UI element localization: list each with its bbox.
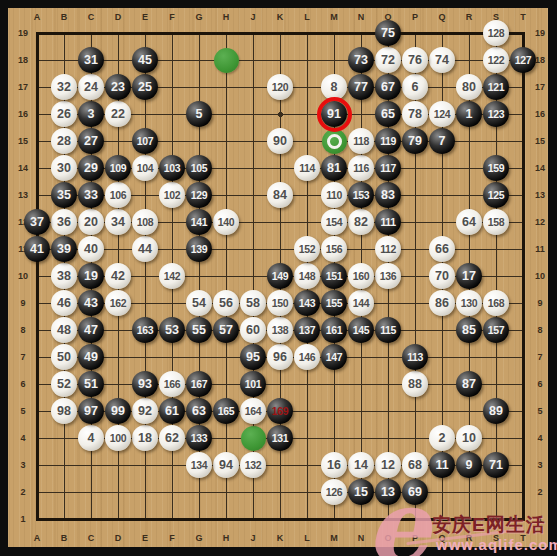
move-number: 118	[353, 136, 369, 147]
stone-L10: 148	[294, 263, 320, 289]
stone-G5: 63	[186, 398, 212, 424]
move-number: 88	[408, 378, 422, 391]
move-number: 139	[191, 244, 207, 255]
move-number: 68	[408, 459, 422, 472]
move-number: 138	[272, 325, 288, 336]
stone-M3: 16	[321, 452, 347, 478]
move-number: 103	[164, 163, 180, 174]
move-number: 18	[138, 432, 152, 445]
move-number: 11	[435, 459, 448, 472]
stone-O14: 117	[375, 155, 401, 181]
stone-D17: 23	[105, 74, 131, 100]
stone-E11: 44	[132, 236, 158, 262]
stone-F14: 103	[159, 155, 185, 181]
stone-G9: 54	[186, 290, 212, 316]
stone-C4: 4	[78, 425, 104, 451]
stone-J7: 95	[240, 344, 266, 370]
move-number: 123	[488, 109, 504, 120]
stone-D13: 106	[105, 182, 131, 208]
move-number: 54	[192, 297, 206, 310]
move-number: 39	[57, 243, 71, 256]
stone-K9: 150	[267, 290, 293, 316]
col-label-D: D	[105, 532, 132, 545]
move-number: 52	[57, 378, 71, 391]
stone-O10: 136	[375, 263, 401, 289]
col-label-L: L	[294, 532, 321, 545]
stone-L9: 143	[294, 290, 320, 316]
stone-K7: 96	[267, 344, 293, 370]
stone-M10: 151	[321, 263, 347, 289]
stone-G13: 129	[186, 182, 212, 208]
stone-C9: 43	[78, 290, 104, 316]
move-number: 153	[353, 190, 369, 201]
stone-R16: 1	[456, 101, 482, 127]
move-number: 66	[435, 243, 449, 256]
move-number: 86	[435, 297, 449, 310]
stone-A12: 37	[24, 209, 50, 235]
move-number: 10	[462, 432, 476, 445]
move-number: 106	[110, 190, 126, 201]
column-labels-bottom: ABCDEFGHJKLMNOPQRST	[24, 532, 537, 545]
move-number: 112	[380, 244, 396, 255]
stone-Q15: 7	[429, 128, 455, 154]
move-number: 164	[245, 406, 261, 417]
move-number: 15	[354, 486, 368, 499]
stone-S9: 168	[483, 290, 509, 316]
move-number: 144	[353, 298, 369, 309]
stone-P2: 69	[402, 479, 428, 505]
move-number: 29	[84, 162, 98, 175]
move-number: 42	[111, 270, 125, 283]
stone-S17: 121	[483, 74, 509, 100]
move-number: 70	[435, 270, 449, 283]
stone-C6: 51	[78, 371, 104, 397]
col-label-K: K	[267, 532, 294, 545]
stone-S16: 123	[483, 101, 509, 127]
stone-B7: 50	[51, 344, 77, 370]
stone-G12: 141	[186, 209, 212, 235]
move-number: 74	[435, 54, 449, 67]
move-number: 67	[381, 81, 395, 94]
stone-C16: 3	[78, 101, 104, 127]
stone-P17: 6	[402, 74, 428, 100]
stone-L11: 152	[294, 236, 320, 262]
stone-B14: 30	[51, 155, 77, 181]
stone-C13: 33	[78, 182, 104, 208]
move-number: 23	[111, 81, 125, 94]
move-number: 115	[380, 325, 396, 336]
stone-B13: 35	[51, 182, 77, 208]
col-label-J: J	[240, 532, 267, 545]
move-number: 83	[381, 189, 395, 202]
stone-K13: 84	[267, 182, 293, 208]
stone-S19: 128	[483, 20, 509, 46]
move-number: 134	[191, 460, 207, 471]
stone-O8: 115	[375, 317, 401, 343]
move-number: 91	[327, 108, 341, 121]
stone-M13: 110	[321, 182, 347, 208]
stone-D16: 22	[105, 101, 131, 127]
stone-M16: 91	[321, 101, 347, 127]
col-label-G: G	[186, 532, 213, 545]
move-number: 141	[191, 217, 207, 228]
move-number: 47	[84, 324, 98, 337]
col-label-S: S	[483, 532, 510, 545]
stone-O17: 67	[375, 74, 401, 100]
move-number: 45	[138, 54, 152, 67]
move-number: 49	[84, 351, 98, 364]
stone-D12: 34	[105, 209, 131, 235]
move-number: 131	[272, 433, 288, 444]
move-number: 100	[110, 433, 126, 444]
stone-F5: 61	[159, 398, 185, 424]
stone-M7: 147	[321, 344, 347, 370]
move-number: 142	[164, 271, 180, 282]
stone-D14: 109	[105, 155, 131, 181]
stone-S8: 157	[483, 317, 509, 343]
move-number: 4	[88, 432, 95, 445]
stone-O15: 119	[375, 128, 401, 154]
stone-B17: 32	[51, 74, 77, 100]
stone-E8: 163	[132, 317, 158, 343]
move-number: 125	[488, 190, 504, 201]
move-number: 20	[84, 216, 98, 229]
move-number: 154	[326, 217, 342, 228]
move-number: 99	[111, 405, 125, 418]
move-number: 17	[462, 270, 476, 283]
stone-R8: 85	[456, 317, 482, 343]
stone-C12: 20	[78, 209, 104, 235]
stone-N8: 145	[348, 317, 374, 343]
stone-O11: 112	[375, 236, 401, 262]
move-number: 73	[354, 54, 368, 67]
stone-N18: 73	[348, 47, 374, 73]
move-number: 40	[84, 243, 98, 256]
move-number: 22	[111, 108, 125, 121]
move-number: 78	[408, 108, 422, 121]
move-number: 69	[408, 486, 422, 499]
stone-J5: 164	[240, 398, 266, 424]
move-number: 110	[326, 190, 342, 201]
stone-B6: 52	[51, 371, 77, 397]
go-board: ABCDEFGHJKLMNOPQRST ABCDEFGHJKLMNOPQRST …	[8, 8, 548, 547]
move-number: 28	[57, 135, 71, 148]
move-number: 32	[57, 81, 71, 94]
stone-G8: 55	[186, 317, 212, 343]
stone-R4: 10	[456, 425, 482, 451]
move-number: 157	[488, 325, 504, 336]
move-number: 166	[164, 379, 180, 390]
move-number: 146	[299, 352, 315, 363]
stone-N15: 118	[348, 128, 374, 154]
stone-H8: 57	[213, 317, 239, 343]
stone-C5: 97	[78, 398, 104, 424]
col-label-Q: Q	[429, 532, 456, 545]
green-dot-marker-icon	[241, 426, 266, 451]
stone-M2: 126	[321, 479, 347, 505]
move-number: 2	[439, 432, 446, 445]
stone-P16: 78	[402, 101, 428, 127]
move-number: 7	[439, 135, 446, 148]
stone-R9: 130	[456, 290, 482, 316]
stone-G14: 105	[186, 155, 212, 181]
move-number: 101	[245, 379, 261, 390]
move-number: 53	[165, 324, 179, 337]
move-number: 27	[84, 135, 98, 148]
stone-C7: 49	[78, 344, 104, 370]
move-number: 79	[408, 135, 422, 148]
move-number: 44	[138, 243, 152, 256]
move-number: 24	[84, 81, 98, 94]
stone-E14: 104	[132, 155, 158, 181]
move-number: 89	[489, 405, 503, 418]
move-number: 126	[326, 487, 342, 498]
move-number: 156	[326, 244, 342, 255]
stone-N17: 77	[348, 74, 374, 100]
move-number: 119	[380, 136, 396, 147]
move-number: 130	[461, 298, 477, 309]
stone-O3: 12	[375, 452, 401, 478]
stone-Q4: 2	[429, 425, 455, 451]
move-number: 14	[354, 459, 368, 472]
stone-C18: 31	[78, 47, 104, 73]
move-number: 113	[407, 352, 423, 363]
move-number: 19	[84, 270, 98, 283]
stone-D4: 100	[105, 425, 131, 451]
move-number: 150	[272, 298, 288, 309]
stone-M9: 155	[321, 290, 347, 316]
move-number: 16	[327, 459, 341, 472]
stone-B5: 98	[51, 398, 77, 424]
stone-G6: 167	[186, 371, 212, 397]
stone-H5: 165	[213, 398, 239, 424]
stone-J3: 132	[240, 452, 266, 478]
stone-K15: 90	[267, 128, 293, 154]
move-number: 108	[137, 217, 153, 228]
stone-E18: 45	[132, 47, 158, 73]
move-number: 102	[164, 190, 180, 201]
move-number: 72	[381, 54, 395, 67]
stone-J6: 101	[240, 371, 266, 397]
move-number: 94	[219, 459, 233, 472]
move-number: 143	[299, 298, 315, 309]
stone-P15: 79	[402, 128, 428, 154]
move-number: 96	[273, 351, 287, 364]
move-number: 93	[138, 378, 152, 391]
stone-F10: 142	[159, 263, 185, 289]
stone-E4: 18	[132, 425, 158, 451]
stone-S12: 158	[483, 209, 509, 235]
stone-C15: 27	[78, 128, 104, 154]
move-number: 80	[462, 81, 476, 94]
move-number: 3	[88, 108, 95, 121]
move-number: 104	[137, 163, 153, 174]
stone-E6: 93	[132, 371, 158, 397]
stone-C11: 40	[78, 236, 104, 262]
move-number: 8	[331, 81, 338, 94]
move-number: 128	[488, 28, 504, 39]
stone-H12: 140	[213, 209, 239, 235]
move-number: 60	[246, 324, 260, 337]
move-number: 9	[466, 459, 473, 472]
move-number: 33	[84, 189, 98, 202]
move-number: 13	[381, 486, 395, 499]
move-number: 117	[380, 163, 396, 174]
stone-D9: 162	[105, 290, 131, 316]
col-label-B: B	[51, 532, 78, 545]
move-number: 55	[192, 324, 206, 337]
col-label-P: P	[402, 532, 429, 545]
stone-K17: 120	[267, 74, 293, 100]
stone-G4: 133	[186, 425, 212, 451]
stone-N13: 153	[348, 182, 374, 208]
stone-R6: 87	[456, 371, 482, 397]
move-number: 148	[299, 271, 315, 282]
stone-E12: 108	[132, 209, 158, 235]
stone-S14: 159	[483, 155, 509, 181]
stone-A11: 41	[24, 236, 50, 262]
move-number: 136	[380, 271, 396, 282]
green-ring-marker-icon	[322, 129, 347, 154]
move-number: 111	[380, 217, 395, 228]
stone-J9: 58	[240, 290, 266, 316]
go-board-frame: ABCDEFGHJKLMNOPQRST ABCDEFGHJKLMNOPQRST …	[0, 0, 557, 556]
col-label-A: A	[24, 532, 51, 545]
stone-F13: 102	[159, 182, 185, 208]
move-number: 76	[408, 54, 422, 67]
stone-K10: 149	[267, 263, 293, 289]
move-number: 95	[246, 351, 260, 364]
move-number: 1	[466, 108, 473, 121]
move-number: 46	[57, 297, 71, 310]
stone-R10: 17	[456, 263, 482, 289]
move-number: 158	[488, 217, 504, 228]
move-number: 124	[434, 109, 450, 120]
col-label-E: E	[132, 532, 159, 545]
move-number: 155	[326, 298, 342, 309]
col-label-M: M	[321, 532, 348, 545]
move-number: 97	[84, 405, 98, 418]
move-number: 77	[354, 81, 368, 94]
stone-N14: 116	[348, 155, 374, 181]
move-number: 51	[84, 378, 98, 391]
move-number: 87	[462, 378, 476, 391]
move-number: 58	[246, 297, 260, 310]
stone-J8: 60	[240, 317, 266, 343]
move-number: 165	[218, 406, 234, 417]
col-label-H: H	[213, 532, 240, 545]
move-number: 107	[137, 136, 153, 147]
move-number: 168	[488, 298, 504, 309]
move-number: 82	[354, 216, 368, 229]
move-number: 163	[137, 325, 153, 336]
stone-S3: 71	[483, 452, 509, 478]
move-number: 145	[353, 325, 369, 336]
stone-Q10: 70	[429, 263, 455, 289]
move-number: 92	[138, 405, 152, 418]
move-number: 85	[462, 324, 476, 337]
green-dot-marker-icon	[214, 48, 239, 73]
col-label-F: F	[159, 532, 186, 545]
stone-O18: 72	[375, 47, 401, 73]
stone-G3: 134	[186, 452, 212, 478]
move-number: 48	[57, 324, 71, 337]
move-number: 31	[84, 54, 98, 67]
stone-N9: 144	[348, 290, 374, 316]
move-number: 38	[57, 270, 71, 283]
stone-B16: 26	[51, 101, 77, 127]
move-number: 140	[218, 217, 234, 228]
move-number: 62	[165, 432, 179, 445]
move-number: 147	[326, 352, 342, 363]
move-number: 30	[57, 162, 71, 175]
stone-B15: 28	[51, 128, 77, 154]
stone-P18: 76	[402, 47, 428, 73]
stone-P3: 68	[402, 452, 428, 478]
col-label-N: N	[348, 532, 375, 545]
stone-N10: 160	[348, 263, 374, 289]
stone-M14: 81	[321, 155, 347, 181]
move-number: 61	[165, 405, 179, 418]
stones-layer: 1234567891011121314151617181920222324252…	[24, 20, 537, 533]
stone-G16: 5	[186, 101, 212, 127]
stone-C8: 47	[78, 317, 104, 343]
move-number: 90	[273, 135, 287, 148]
stone-L14: 114	[294, 155, 320, 181]
stone-S13: 125	[483, 182, 509, 208]
stone-P6: 88	[402, 371, 428, 397]
move-number: 41	[30, 243, 44, 256]
move-number: 152	[299, 244, 315, 255]
move-number: 75	[381, 27, 395, 40]
move-number: 57	[219, 324, 233, 337]
stone-K4: 131	[267, 425, 293, 451]
stone-S5: 89	[483, 398, 509, 424]
stone-B11: 39	[51, 236, 77, 262]
stone-O16: 65	[375, 101, 401, 127]
col-label-T: T	[510, 532, 537, 545]
move-number: 64	[462, 216, 476, 229]
stone-E15: 107	[132, 128, 158, 154]
move-number: 35	[57, 189, 71, 202]
move-number: 25	[138, 81, 152, 94]
stone-N2: 15	[348, 479, 374, 505]
stone-Q3: 11	[429, 452, 455, 478]
move-number: 159	[488, 163, 504, 174]
col-label-O: O	[375, 532, 402, 545]
move-number: 132	[245, 460, 261, 471]
stone-P7: 113	[402, 344, 428, 370]
move-number: 5	[196, 108, 203, 121]
stone-O12: 111	[375, 209, 401, 235]
move-number: 122	[488, 55, 504, 66]
move-number: 120	[272, 82, 288, 93]
move-number: 36	[57, 216, 71, 229]
stone-H9: 56	[213, 290, 239, 316]
move-number: 65	[381, 108, 395, 121]
move-number: 71	[489, 459, 503, 472]
stone-Q11: 66	[429, 236, 455, 262]
stone-M8: 161	[321, 317, 347, 343]
move-number: 129	[191, 190, 207, 201]
move-number: 161	[326, 325, 342, 336]
stone-H3: 94	[213, 452, 239, 478]
move-number: 169	[272, 406, 288, 417]
stone-K5: 169	[267, 398, 293, 424]
move-number: 37	[30, 216, 44, 229]
stone-S18: 122	[483, 47, 509, 73]
stone-D5: 99	[105, 398, 131, 424]
